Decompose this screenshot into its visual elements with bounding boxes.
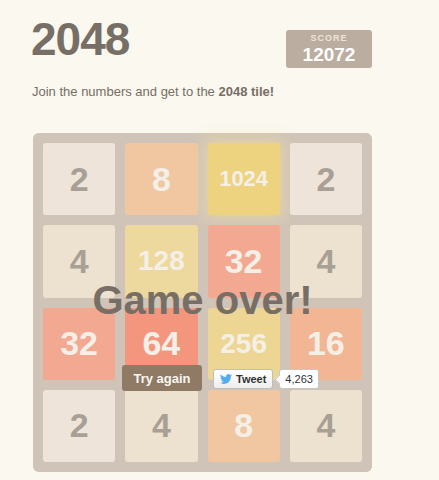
- twitter-bird-icon: [220, 373, 236, 385]
- game-board: 281024241283243264256162484 Game over! T…: [33, 133, 372, 472]
- subtitle: Join the numbers and get to the 2048 til…: [32, 84, 412, 99]
- subtitle-highlight: 2048 tile!: [218, 84, 274, 99]
- tweet-widget: Tweet 4,263: [213, 369, 319, 389]
- game-over-message: Game over!: [33, 278, 372, 323]
- game-over-overlay: Game over! Try again Tweet 4,263: [33, 133, 372, 472]
- tweet-button[interactable]: Tweet: [213, 369, 273, 389]
- tweet-button-label: Tweet: [236, 373, 266, 385]
- score-value: 12072: [303, 44, 356, 65]
- score-label: SCORE: [310, 33, 347, 44]
- app: 2048 SCORE 12072 Join the numbers and ge…: [0, 0, 439, 480]
- subtitle-text: Join the numbers and get to the: [32, 84, 218, 99]
- try-again-button[interactable]: Try again: [122, 365, 202, 391]
- score-box: SCORE 12072: [286, 30, 372, 68]
- tweet-count[interactable]: 4,263: [279, 369, 319, 389]
- game-title: 2048: [31, 12, 129, 66]
